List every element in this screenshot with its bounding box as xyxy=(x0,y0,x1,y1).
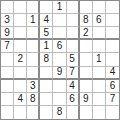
cell-r1c3[interactable] xyxy=(27,1,40,14)
cell-r6c3[interactable] xyxy=(27,67,40,80)
cell-r8c9[interactable]: 7 xyxy=(106,93,119,106)
cell-r2c7[interactable]: 8 xyxy=(80,14,93,27)
cell-r3c2[interactable] xyxy=(14,27,27,40)
cell-r2c9[interactable] xyxy=(106,14,119,27)
cell-r2c1[interactable]: 3 xyxy=(1,14,14,27)
cell-r7c9[interactable]: 6 xyxy=(106,80,119,93)
cell-r9c4[interactable] xyxy=(40,106,53,119)
cell-r8c7[interactable]: 9 xyxy=(80,93,93,106)
cell-r9c3[interactable] xyxy=(27,106,40,119)
cell-r2c6[interactable] xyxy=(67,14,80,27)
cell-r4c2[interactable] xyxy=(14,40,27,53)
cell-r7c8[interactable] xyxy=(93,80,106,93)
cell-r4c4[interactable]: 1 xyxy=(40,40,53,53)
cell-r5c3[interactable] xyxy=(27,53,40,66)
cell-r2c3[interactable]: 1 xyxy=(27,14,40,27)
cell-r3c3[interactable] xyxy=(27,27,40,40)
cell-r1c2[interactable] xyxy=(14,1,27,14)
cell-r4c7[interactable] xyxy=(80,40,93,53)
sudoku-board: 1314869527162851974346486978 xyxy=(0,0,120,120)
cell-r6c1[interactable] xyxy=(1,67,14,80)
cell-r1c9[interactable] xyxy=(106,1,119,14)
cell-r3c5[interactable] xyxy=(53,27,66,40)
cell-r7c4[interactable] xyxy=(40,80,53,93)
cell-r5c9[interactable] xyxy=(106,53,119,66)
cell-r6c2[interactable] xyxy=(14,67,27,80)
cell-r4c8[interactable] xyxy=(93,40,106,53)
cell-r8c6[interactable]: 6 xyxy=(67,93,80,106)
cell-r6c7[interactable] xyxy=(80,67,93,80)
cell-r8c4[interactable] xyxy=(40,93,53,106)
cell-r7c7[interactable] xyxy=(80,80,93,93)
cell-r2c5[interactable] xyxy=(53,14,66,27)
cell-r7c1[interactable] xyxy=(1,80,14,93)
cell-r6c9[interactable]: 4 xyxy=(106,67,119,80)
cell-r9c7[interactable] xyxy=(80,106,93,119)
cell-r9c5[interactable]: 8 xyxy=(53,106,66,119)
cell-r6c8[interactable] xyxy=(93,67,106,80)
cell-r1c6[interactable] xyxy=(67,1,80,14)
cell-r5c8[interactable]: 1 xyxy=(93,53,106,66)
cell-r6c4[interactable] xyxy=(40,67,53,80)
cell-r8c5[interactable] xyxy=(53,93,66,106)
cell-r8c8[interactable] xyxy=(93,93,106,106)
cell-r7c6[interactable]: 4 xyxy=(67,80,80,93)
cell-r8c2[interactable]: 4 xyxy=(14,93,27,106)
cell-r4c3[interactable] xyxy=(27,40,40,53)
cell-r5c4[interactable]: 8 xyxy=(40,53,53,66)
cell-r2c2[interactable] xyxy=(14,14,27,27)
cell-r4c9[interactable] xyxy=(106,40,119,53)
cell-r2c8[interactable]: 6 xyxy=(93,14,106,27)
cell-r4c1[interactable]: 7 xyxy=(1,40,14,53)
cell-r6c6[interactable]: 7 xyxy=(67,67,80,80)
cell-r7c5[interactable] xyxy=(53,80,66,93)
cell-r9c6[interactable] xyxy=(67,106,80,119)
cell-r1c1[interactable] xyxy=(1,1,14,14)
cell-r7c2[interactable] xyxy=(14,80,27,93)
cell-r9c8[interactable] xyxy=(93,106,106,119)
cell-r1c7[interactable] xyxy=(80,1,93,14)
cell-r4c5[interactable]: 6 xyxy=(53,40,66,53)
cell-r9c1[interactable] xyxy=(1,106,14,119)
cell-r5c5[interactable] xyxy=(53,53,66,66)
cell-r1c8[interactable] xyxy=(93,1,106,14)
cell-r8c3[interactable]: 8 xyxy=(27,93,40,106)
cell-r8c1[interactable] xyxy=(1,93,14,106)
cell-r9c2[interactable] xyxy=(14,106,27,119)
cell-r1c5[interactable]: 1 xyxy=(53,1,66,14)
cell-r5c6[interactable]: 5 xyxy=(67,53,80,66)
cell-r3c4[interactable]: 5 xyxy=(40,27,53,40)
cell-r3c8[interactable] xyxy=(93,27,106,40)
cell-r6c5[interactable]: 9 xyxy=(53,67,66,80)
cell-r5c7[interactable] xyxy=(80,53,93,66)
cell-r2c4[interactable]: 4 xyxy=(40,14,53,27)
cell-r3c6[interactable] xyxy=(67,27,80,40)
cell-r3c1[interactable]: 9 xyxy=(1,27,14,40)
cell-r5c2[interactable]: 2 xyxy=(14,53,27,66)
cell-r4c6[interactable] xyxy=(67,40,80,53)
cell-r7c3[interactable]: 3 xyxy=(27,80,40,93)
cell-r9c9[interactable] xyxy=(106,106,119,119)
cell-r1c4[interactable] xyxy=(40,1,53,14)
cell-r3c9[interactable] xyxy=(106,27,119,40)
cell-r5c1[interactable] xyxy=(1,53,14,66)
cell-r3c7[interactable]: 2 xyxy=(80,27,93,40)
